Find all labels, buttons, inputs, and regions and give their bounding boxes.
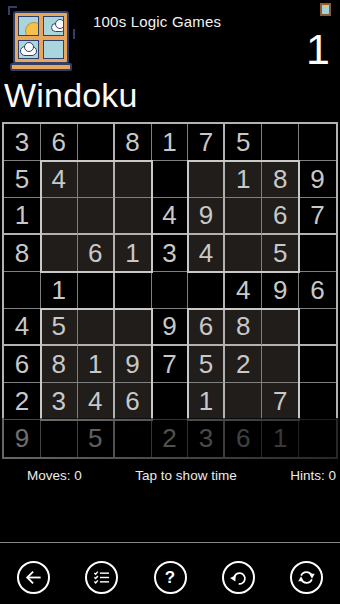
board-cell[interactable]: 8 (225, 309, 262, 346)
board-cell[interactable] (262, 124, 299, 161)
board-cell[interactable] (41, 420, 78, 457)
cell-value: 4 (52, 164, 66, 195)
cell-value: 9 (199, 200, 213, 231)
app-screen: 100s Logic Games 1 Windoku 3681755418914… (0, 0, 340, 604)
cell-value: 3 (52, 386, 66, 417)
board-cell[interactable]: 1 (262, 420, 299, 457)
board-cell[interactable]: 1 (115, 235, 152, 272)
board-cell[interactable]: 5 (188, 346, 225, 383)
cell-value: 9 (162, 311, 176, 342)
board-cell[interactable]: 6 (4, 346, 41, 383)
cell-value: 4 (15, 311, 29, 342)
board-cell[interactable] (299, 383, 336, 420)
sudoku-board: 3681755418914967861345149645968681975223… (2, 122, 338, 459)
cell-value: 8 (125, 127, 139, 158)
question-mark-icon: ? (165, 569, 175, 586)
cell-value: 1 (88, 349, 102, 380)
board-cell[interactable] (299, 309, 336, 346)
cell-value: 4 (162, 200, 176, 231)
cell-value: 8 (15, 238, 29, 269)
board-cell[interactable]: 2 (225, 346, 262, 383)
window-mini-icon (320, 3, 331, 16)
board-cell[interactable]: 6 (188, 309, 225, 346)
board-cell[interactable] (152, 383, 189, 420)
board-cell[interactable]: 5 (4, 161, 41, 198)
board-cell[interactable] (78, 124, 115, 161)
cell-value: 8 (52, 349, 66, 380)
board-cell[interactable]: 9 (188, 198, 225, 235)
cell-value: 1 (273, 423, 287, 454)
cell-value: 4 (88, 386, 102, 417)
board-cell[interactable]: 3 (41, 383, 78, 420)
board-cell[interactable] (78, 272, 115, 309)
cell-value: 2 (162, 423, 176, 454)
cell-value: 6 (199, 311, 213, 342)
cell-value: 6 (125, 386, 139, 417)
logo-window-sill (10, 63, 72, 71)
cell-value: 7 (273, 386, 287, 417)
cell-value: 7 (162, 349, 176, 380)
checklist-icon (92, 568, 111, 587)
board-cell[interactable] (41, 235, 78, 272)
board-cell[interactable]: 6 (78, 235, 115, 272)
board-cell[interactable] (262, 309, 299, 346)
undo-button[interactable] (222, 561, 255, 594)
cell-value: 8 (236, 311, 250, 342)
cell-value: 5 (236, 127, 250, 158)
board-cell[interactable]: 3 (188, 420, 225, 457)
game-list-button[interactable] (85, 561, 118, 594)
board-cell[interactable]: 4 (188, 235, 225, 272)
board-cell[interactable]: 2 (152, 420, 189, 457)
board-cell[interactable] (78, 198, 115, 235)
undo-arrow-icon (229, 568, 248, 587)
cell-value: 3 (162, 238, 176, 269)
board-cell[interactable]: 8 (4, 235, 41, 272)
logo-window-frame (13, 11, 69, 64)
board-cell[interactable]: 5 (78, 420, 115, 457)
page-title: Windoku (4, 76, 138, 115)
cell-value: 4 (199, 238, 213, 269)
cell-value: 1 (15, 200, 29, 231)
board-cell[interactable] (41, 198, 78, 235)
cell-value: 1 (236, 164, 250, 195)
cell-value: 1 (162, 127, 176, 158)
cell-value: 5 (15, 164, 29, 195)
board-cell[interactable]: 4 (41, 161, 78, 198)
cell-value: 2 (15, 386, 29, 417)
cell-value: 5 (52, 311, 66, 342)
board-cell[interactable]: 4 (152, 198, 189, 235)
cell-value: 6 (236, 423, 250, 454)
logo-pane-sun (18, 16, 39, 36)
board-cell[interactable] (115, 272, 152, 309)
board-cell[interactable] (225, 235, 262, 272)
board-cell[interactable]: 5 (262, 235, 299, 272)
cell-value: 3 (199, 423, 213, 454)
board-cell[interactable] (262, 346, 299, 383)
board-cell[interactable]: 1 (225, 161, 262, 198)
app-title: 100s Logic Games (93, 13, 221, 30)
cell-value: 5 (199, 349, 213, 380)
cell-value: 9 (310, 164, 324, 195)
help-button[interactable]: ? (154, 561, 187, 594)
status-bar: Moves: 0 Tap to show time Hints: 0 (0, 468, 340, 483)
board-cell[interactable]: 6 (299, 272, 336, 309)
cell-value: 9 (273, 275, 287, 306)
board-cell[interactable]: 7 (262, 383, 299, 420)
board-cell[interactable]: 2 (4, 383, 41, 420)
board-cell[interactable]: 7 (152, 346, 189, 383)
game-number: 1 (306, 26, 330, 72)
cell-value: 9 (15, 423, 29, 454)
board-cell[interactable]: 8 (262, 161, 299, 198)
cell-value: 6 (52, 127, 66, 158)
cell-value: 1 (199, 386, 213, 417)
back-button[interactable] (17, 561, 50, 594)
board-cell[interactable]: 6 (225, 420, 262, 457)
cell-value: 6 (273, 200, 287, 231)
board-cell[interactable] (188, 161, 225, 198)
board-cell[interactable] (299, 346, 336, 383)
board-cell[interactable]: 5 (41, 309, 78, 346)
board-cell[interactable]: 9 (262, 272, 299, 309)
back-arrow-icon (24, 568, 43, 587)
board-cell[interactable]: 1 (188, 383, 225, 420)
cell-value: 6 (15, 349, 29, 380)
board-cell[interactable] (225, 198, 262, 235)
board-cell[interactable]: 9 (115, 346, 152, 383)
cell-value: 2 (236, 349, 250, 380)
board-cell[interactable]: 7 (188, 124, 225, 161)
show-time-toggle[interactable]: Tap to show time (135, 468, 236, 483)
board-cell[interactable] (115, 161, 152, 198)
cloud-icon (20, 46, 37, 56)
board-cell[interactable]: 8 (115, 124, 152, 161)
board-cell[interactable]: 1 (152, 124, 189, 161)
board-cell[interactable]: 6 (262, 198, 299, 235)
restart-sync-icon (297, 568, 316, 587)
cell-value: 6 (88, 238, 102, 269)
board-cell[interactable] (115, 420, 152, 457)
board-cell[interactable]: 1 (41, 272, 78, 309)
cell-value: 3 (15, 127, 29, 158)
board-cell[interactable] (299, 235, 336, 272)
board-cell[interactable] (115, 198, 152, 235)
board-cell[interactable] (299, 420, 336, 457)
cell-value: 6 (310, 275, 324, 306)
board-cell[interactable]: 9 (299, 161, 336, 198)
board-cell[interactable]: 3 (152, 235, 189, 272)
bottom-toolbar: ? (0, 542, 340, 604)
hints-counter: Hints: 0 (290, 468, 336, 483)
board-cell[interactable]: 9 (4, 420, 41, 457)
cell-value: 5 (273, 238, 287, 269)
cell-value: 5 (88, 423, 102, 454)
board-cell[interactable]: 4 (78, 383, 115, 420)
cell-value: 1 (52, 275, 66, 306)
board-cell[interactable]: 6 (41, 124, 78, 161)
cell-value: 9 (125, 349, 139, 380)
board-cell[interactable]: 3 (4, 124, 41, 161)
moves-counter: Moves: 0 (27, 468, 82, 483)
board-cell[interactable] (152, 161, 189, 198)
board-cell[interactable]: 4 (4, 309, 41, 346)
board-cell[interactable]: 1 (4, 198, 41, 235)
logo-pane-cloud-bl (18, 40, 39, 60)
logo-pane-cloud-tr (43, 16, 64, 36)
board-cell[interactable] (299, 124, 336, 161)
board-cell[interactable] (78, 309, 115, 346)
board-cell[interactable]: 8 (41, 346, 78, 383)
cell-value: 4 (236, 275, 250, 306)
board-cell[interactable] (152, 272, 189, 309)
cell-value: 7 (310, 200, 324, 231)
board-cell[interactable]: 5 (225, 124, 262, 161)
logo-pane-empty (43, 40, 64, 60)
board-cell[interactable] (4, 272, 41, 309)
cell-value: 8 (273, 164, 287, 195)
board-cell[interactable]: 6 (115, 383, 152, 420)
board-cell[interactable] (188, 272, 225, 309)
cloud-icon (51, 23, 64, 32)
app-logo-window-icon (10, 9, 72, 71)
logo-side-mark (73, 29, 75, 39)
board-cell[interactable]: 9 (152, 309, 189, 346)
restart-button[interactable] (290, 561, 323, 594)
board-cell[interactable] (115, 309, 152, 346)
board-cell[interactable]: 1 (78, 346, 115, 383)
cell-value: 1 (125, 238, 139, 269)
sun-icon (25, 22, 39, 36)
cell-value: 7 (199, 127, 213, 158)
board-cell[interactable]: 7 (299, 198, 336, 235)
board-cell[interactable]: 4 (225, 272, 262, 309)
board-cell[interactable] (78, 161, 115, 198)
board-cell[interactable] (225, 383, 262, 420)
